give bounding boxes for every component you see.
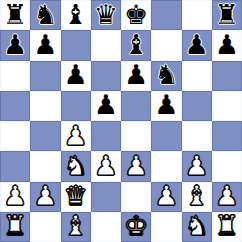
square-b2[interactable]: ♟ [30,182,60,212]
piece-black-pawn[interactable]: ♟ [3,31,27,58]
square-f5[interactable]: ♟ [151,91,181,121]
square-h7[interactable]: ♟ [212,30,242,60]
square-h4[interactable] [212,121,242,151]
square-b8[interactable]: ♞ [30,0,60,30]
square-h1[interactable]: ♜ [212,212,242,242]
square-e7[interactable]: ♝ [121,30,151,60]
square-e8[interactable]: ♚ [121,0,151,30]
square-b3[interactable] [30,151,60,181]
piece-black-pawn[interactable]: ♟ [154,91,178,118]
piece-white-bishop[interactable]: ♝ [64,212,88,239]
square-h5[interactable] [212,91,242,121]
square-e5[interactable] [121,91,151,121]
square-c7[interactable] [61,30,91,60]
piece-black-pawn[interactable]: ♟ [124,61,148,88]
piece-white-pawn[interactable]: ♟ [154,182,178,209]
square-h2[interactable]: ♟ [212,182,242,212]
square-d2[interactable] [91,182,121,212]
piece-black-rook[interactable]: ♜ [215,1,239,28]
piece-white-pawn[interactable]: ♟ [124,152,148,179]
square-h6[interactable] [212,61,242,91]
piece-black-rook[interactable]: ♜ [3,1,27,28]
square-g1[interactable]: ♞ [182,212,212,242]
piece-black-bishop[interactable]: ♝ [64,1,88,28]
square-f2[interactable]: ♟ [151,182,181,212]
square-f6[interactable]: ♞ [151,61,181,91]
square-f7[interactable] [151,30,181,60]
piece-white-queen[interactable]: ♛ [64,182,88,209]
square-f1[interactable] [151,212,181,242]
piece-white-rook[interactable]: ♜ [215,212,239,239]
square-b4[interactable] [30,121,60,151]
square-c3[interactable]: ♞ [61,151,91,181]
square-h3[interactable] [212,151,242,181]
square-a6[interactable] [0,61,30,91]
piece-white-king[interactable]: ♚ [124,212,148,239]
square-b6[interactable] [30,61,60,91]
piece-black-pawn[interactable]: ♟ [185,31,209,58]
square-a4[interactable] [0,121,30,151]
piece-white-pawn[interactable]: ♟ [33,182,57,209]
square-d1[interactable] [91,212,121,242]
piece-white-rook[interactable]: ♜ [3,212,27,239]
piece-white-pawn[interactable]: ♟ [3,182,27,209]
square-c5[interactable] [61,91,91,121]
piece-white-knight[interactable]: ♞ [185,212,209,239]
piece-black-queen[interactable]: ♛ [94,1,118,28]
square-h8[interactable]: ♜ [212,0,242,30]
piece-white-knight[interactable]: ♞ [64,152,88,179]
square-d7[interactable] [91,30,121,60]
square-d8[interactable]: ♛ [91,0,121,30]
square-b7[interactable]: ♟ [30,30,60,60]
piece-black-bishop[interactable]: ♝ [124,31,148,58]
piece-black-pawn[interactable]: ♟ [215,31,239,58]
square-a7[interactable]: ♟ [0,30,30,60]
piece-white-pawn[interactable]: ♟ [64,122,88,149]
square-g5[interactable] [182,91,212,121]
piece-white-pawn[interactable]: ♟ [215,182,239,209]
piece-black-king[interactable]: ♚ [124,1,148,28]
square-b1[interactable] [30,212,60,242]
square-a2[interactable]: ♟ [0,182,30,212]
chess-board: ♜♞♝♛♚♜♟♟♝♟♟♟♟♞♟♟♟♞♟♟♟♟♟♛♟♝♟♜♝♚♞♜ [0,0,242,242]
square-e2[interactable] [121,182,151,212]
square-d5[interactable]: ♟ [91,91,121,121]
square-g8[interactable] [182,0,212,30]
square-f4[interactable] [151,121,181,151]
piece-white-pawn[interactable]: ♟ [185,152,209,179]
square-e3[interactable]: ♟ [121,151,151,181]
square-g3[interactable]: ♟ [182,151,212,181]
square-d6[interactable] [91,61,121,91]
piece-white-bishop[interactable]: ♝ [185,182,209,209]
square-a3[interactable] [0,151,30,181]
square-a8[interactable]: ♜ [0,0,30,30]
square-a5[interactable] [0,91,30,121]
piece-black-pawn[interactable]: ♟ [33,31,57,58]
square-e4[interactable] [121,121,151,151]
square-f3[interactable] [151,151,181,181]
piece-black-pawn[interactable]: ♟ [64,61,88,88]
square-e6[interactable]: ♟ [121,61,151,91]
square-f8[interactable] [151,0,181,30]
square-e1[interactable]: ♚ [121,212,151,242]
square-c1[interactable]: ♝ [61,212,91,242]
square-b5[interactable] [30,91,60,121]
square-c2[interactable]: ♛ [61,182,91,212]
square-c4[interactable]: ♟ [61,121,91,151]
square-c6[interactable]: ♟ [61,61,91,91]
square-g6[interactable] [182,61,212,91]
piece-black-knight[interactable]: ♞ [33,1,57,28]
square-a1[interactable]: ♜ [0,212,30,242]
piece-black-knight[interactable]: ♞ [154,61,178,88]
square-c8[interactable]: ♝ [61,0,91,30]
square-g2[interactable]: ♝ [182,182,212,212]
square-g7[interactable]: ♟ [182,30,212,60]
piece-black-pawn[interactable]: ♟ [94,91,118,118]
square-g4[interactable] [182,121,212,151]
piece-white-pawn[interactable]: ♟ [94,152,118,179]
square-d3[interactable]: ♟ [91,151,121,181]
square-d4[interactable] [91,121,121,151]
